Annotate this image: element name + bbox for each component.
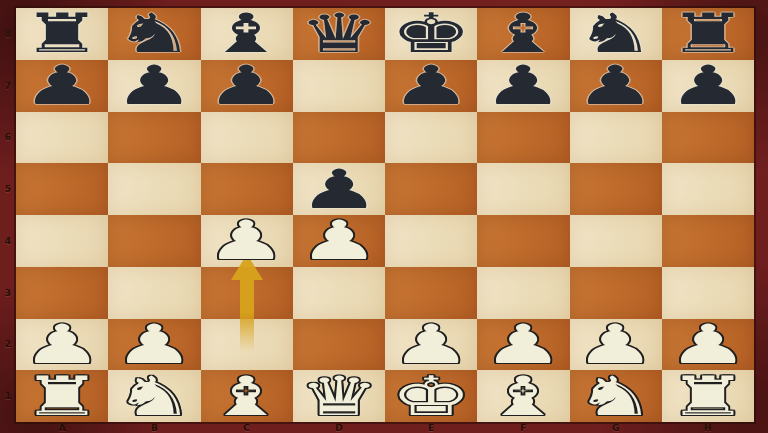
square-f6[interactable] bbox=[477, 112, 569, 164]
square-e4[interactable] bbox=[385, 215, 477, 267]
rank-label-3: 3 bbox=[0, 267, 16, 319]
square-h2[interactable]: ♟ bbox=[662, 319, 754, 371]
square-g2[interactable]: ♟ bbox=[570, 319, 662, 371]
square-e1[interactable]: ♚ bbox=[385, 370, 477, 422]
square-c6[interactable] bbox=[201, 112, 293, 164]
piece-black-pawn[interactable]: ♟ bbox=[298, 164, 379, 215]
square-a2[interactable]: ♟ bbox=[16, 319, 108, 371]
piece-white-bishop[interactable]: ♝ bbox=[206, 371, 287, 422]
square-d7[interactable] bbox=[293, 60, 385, 112]
square-d8[interactable]: ♛ bbox=[293, 8, 385, 60]
square-e5[interactable] bbox=[385, 163, 477, 215]
square-f1[interactable]: ♝ bbox=[477, 370, 569, 422]
rank-label-2: 2 bbox=[0, 319, 16, 371]
rank-labels: 87654321 bbox=[0, 8, 16, 422]
square-c5[interactable] bbox=[201, 163, 293, 215]
square-b2[interactable]: ♟ bbox=[108, 319, 200, 371]
square-b1[interactable]: ♞ bbox=[108, 370, 200, 422]
square-h8[interactable]: ♜ bbox=[662, 8, 754, 60]
piece-white-knight[interactable]: ♞ bbox=[114, 371, 195, 422]
square-b3[interactable] bbox=[108, 267, 200, 319]
square-d6[interactable] bbox=[293, 112, 385, 164]
rank-label-5: 5 bbox=[0, 163, 16, 215]
rank-label-4: 4 bbox=[0, 215, 16, 267]
square-h7[interactable]: ♟ bbox=[662, 60, 754, 112]
rank-label-6: 6 bbox=[0, 112, 16, 164]
square-e6[interactable] bbox=[385, 112, 477, 164]
piece-black-bishop[interactable]: ♝ bbox=[206, 8, 287, 59]
square-a4[interactable] bbox=[16, 215, 108, 267]
square-e3[interactable] bbox=[385, 267, 477, 319]
square-h3[interactable] bbox=[662, 267, 754, 319]
square-a6[interactable] bbox=[16, 112, 108, 164]
piece-black-pawn[interactable]: ♟ bbox=[575, 60, 656, 111]
square-g4[interactable] bbox=[570, 215, 662, 267]
square-b7[interactable]: ♟ bbox=[108, 60, 200, 112]
square-a8[interactable]: ♜ bbox=[16, 8, 108, 60]
square-a1[interactable]: ♜ bbox=[16, 370, 108, 422]
square-g8[interactable]: ♞ bbox=[570, 8, 662, 60]
piece-black-pawn[interactable]: ♟ bbox=[483, 60, 564, 111]
square-h4[interactable] bbox=[662, 215, 754, 267]
piece-black-pawn[interactable]: ♟ bbox=[667, 60, 748, 111]
square-g7[interactable]: ♟ bbox=[570, 60, 662, 112]
square-c8[interactable]: ♝ bbox=[201, 8, 293, 60]
piece-black-rook[interactable]: ♜ bbox=[667, 8, 748, 59]
square-f8[interactable]: ♝ bbox=[477, 8, 569, 60]
piece-white-pawn[interactable]: ♟ bbox=[390, 319, 471, 370]
square-c4[interactable]: ♟ bbox=[201, 215, 293, 267]
rank-label-1: 1 bbox=[0, 370, 16, 422]
piece-black-pawn[interactable]: ♟ bbox=[390, 60, 471, 111]
square-d5[interactable]: ♟ bbox=[293, 163, 385, 215]
square-g6[interactable] bbox=[570, 112, 662, 164]
piece-white-knight[interactable]: ♞ bbox=[575, 371, 656, 422]
square-d4[interactable]: ♟ bbox=[293, 215, 385, 267]
piece-black-pawn[interactable]: ♟ bbox=[114, 60, 195, 111]
square-d1[interactable]: ♛ bbox=[293, 370, 385, 422]
square-g1[interactable]: ♞ bbox=[570, 370, 662, 422]
piece-black-knight[interactable]: ♞ bbox=[114, 8, 195, 59]
chessboard-app: 87654321 ABCDEFGH ♜♞♝♛♚♝♞♜♟♟♟♟♟♟♟♟♟♟♟♟♟♟… bbox=[0, 0, 768, 433]
piece-white-queen[interactable]: ♛ bbox=[298, 371, 379, 422]
square-g5[interactable] bbox=[570, 163, 662, 215]
piece-white-pawn[interactable]: ♟ bbox=[483, 319, 564, 370]
piece-white-rook[interactable]: ♜ bbox=[667, 371, 748, 422]
piece-white-pawn[interactable]: ♟ bbox=[575, 319, 656, 370]
square-b6[interactable] bbox=[108, 112, 200, 164]
square-g3[interactable] bbox=[570, 267, 662, 319]
rank-label-8: 8 bbox=[0, 8, 16, 60]
square-f3[interactable] bbox=[477, 267, 569, 319]
piece-black-king[interactable]: ♚ bbox=[390, 8, 471, 59]
square-e8[interactable]: ♚ bbox=[385, 8, 477, 60]
chess-board: ♜♞♝♛♚♝♞♜♟♟♟♟♟♟♟♟♟♟♟♟♟♟♟♟♜♞♝♛♚♝♞♜ bbox=[16, 8, 754, 422]
square-e7[interactable]: ♟ bbox=[385, 60, 477, 112]
square-b5[interactable] bbox=[108, 163, 200, 215]
square-c7[interactable]: ♟ bbox=[201, 60, 293, 112]
square-f7[interactable]: ♟ bbox=[477, 60, 569, 112]
square-d3[interactable] bbox=[293, 267, 385, 319]
piece-white-pawn[interactable]: ♟ bbox=[21, 319, 102, 370]
piece-white-pawn[interactable]: ♟ bbox=[298, 215, 379, 266]
piece-white-bishop[interactable]: ♝ bbox=[483, 371, 564, 422]
piece-white-pawn[interactable]: ♟ bbox=[667, 319, 748, 370]
square-a3[interactable] bbox=[16, 267, 108, 319]
piece-black-rook[interactable]: ♜ bbox=[21, 8, 102, 59]
square-b8[interactable]: ♞ bbox=[108, 8, 200, 60]
square-d2[interactable] bbox=[293, 319, 385, 371]
piece-black-knight[interactable]: ♞ bbox=[575, 8, 656, 59]
piece-black-pawn[interactable]: ♟ bbox=[206, 60, 287, 111]
piece-white-pawn[interactable]: ♟ bbox=[206, 215, 287, 266]
square-a5[interactable] bbox=[16, 163, 108, 215]
piece-black-pawn[interactable]: ♟ bbox=[21, 60, 102, 111]
square-e2[interactable]: ♟ bbox=[385, 319, 477, 371]
square-a7[interactable]: ♟ bbox=[16, 60, 108, 112]
square-c1[interactable]: ♝ bbox=[201, 370, 293, 422]
square-f4[interactable] bbox=[477, 215, 569, 267]
square-f2[interactable]: ♟ bbox=[477, 319, 569, 371]
square-h5[interactable] bbox=[662, 163, 754, 215]
piece-white-rook[interactable]: ♜ bbox=[21, 371, 102, 422]
piece-white-pawn[interactable]: ♟ bbox=[114, 319, 195, 370]
piece-white-king[interactable]: ♚ bbox=[390, 371, 471, 422]
rank-label-7: 7 bbox=[0, 60, 16, 112]
piece-black-bishop[interactable]: ♝ bbox=[483, 8, 564, 59]
arrow-shaft bbox=[240, 279, 254, 353]
square-f5[interactable] bbox=[477, 163, 569, 215]
square-b4[interactable] bbox=[108, 215, 200, 267]
square-h1[interactable]: ♜ bbox=[662, 370, 754, 422]
piece-black-queen[interactable]: ♛ bbox=[298, 8, 379, 59]
square-h6[interactable] bbox=[662, 112, 754, 164]
